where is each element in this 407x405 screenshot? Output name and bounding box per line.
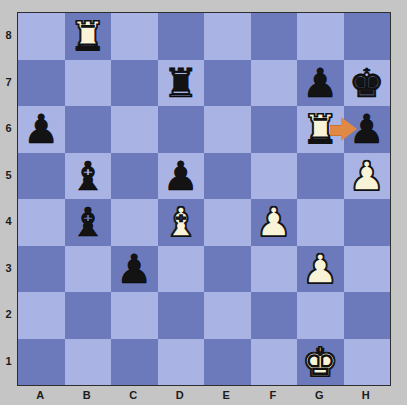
square-f1[interactable] <box>251 339 298 386</box>
chess-board: ♜♜♟♚♟♜♟♝♟♟♝♝♟♟♟♚ <box>17 12 391 386</box>
square-f4[interactable]: ♟ <box>251 199 298 246</box>
rank-labels: 87654321 <box>0 12 17 384</box>
square-a5[interactable] <box>18 153 65 200</box>
square-d7[interactable]: ♜ <box>158 60 205 107</box>
file-label-e: E <box>203 386 250 404</box>
file-label-a: A <box>17 386 64 404</box>
square-e8[interactable] <box>204 13 251 60</box>
square-a4[interactable] <box>18 199 65 246</box>
square-e7[interactable] <box>204 60 251 107</box>
piece-black-pawn-h6[interactable]: ♟ <box>349 109 385 149</box>
square-g5[interactable] <box>297 153 344 200</box>
square-h8[interactable] <box>344 13 391 60</box>
rank-label-4: 4 <box>0 198 17 245</box>
square-a8[interactable] <box>18 13 65 60</box>
square-b8[interactable]: ♜ <box>65 13 112 60</box>
square-f5[interactable] <box>251 153 298 200</box>
square-g6[interactable]: ♜ <box>297 106 344 153</box>
square-g1[interactable]: ♚ <box>297 339 344 386</box>
square-a7[interactable] <box>18 60 65 107</box>
rank-label-8: 8 <box>0 12 17 59</box>
piece-white-bishop-d4[interactable]: ♝ <box>163 202 199 242</box>
piece-black-king-h7[interactable]: ♚ <box>349 63 385 103</box>
piece-black-pawn-g7[interactable]: ♟ <box>302 63 338 103</box>
square-d2[interactable] <box>158 292 205 339</box>
square-c3[interactable]: ♟ <box>111 246 158 293</box>
square-d3[interactable] <box>158 246 205 293</box>
square-a1[interactable] <box>18 339 65 386</box>
file-label-b: B <box>64 386 111 404</box>
piece-black-bishop-b4[interactable]: ♝ <box>70 202 106 242</box>
square-g4[interactable] <box>297 199 344 246</box>
rank-label-1: 1 <box>0 338 17 385</box>
piece-white-pawn-g3[interactable]: ♟ <box>302 249 338 289</box>
square-f2[interactable] <box>251 292 298 339</box>
square-e5[interactable] <box>204 153 251 200</box>
square-b7[interactable] <box>65 60 112 107</box>
square-c7[interactable] <box>111 60 158 107</box>
square-e4[interactable] <box>204 199 251 246</box>
square-c4[interactable] <box>111 199 158 246</box>
square-g7[interactable]: ♟ <box>297 60 344 107</box>
square-c6[interactable] <box>111 106 158 153</box>
square-e1[interactable] <box>204 339 251 386</box>
square-h6[interactable]: ♟ <box>344 106 391 153</box>
square-g2[interactable] <box>297 292 344 339</box>
square-e6[interactable] <box>204 106 251 153</box>
rank-label-3: 3 <box>0 245 17 292</box>
file-labels: ABCDEFGH <box>17 386 389 404</box>
square-g3[interactable]: ♟ <box>297 246 344 293</box>
square-h3[interactable] <box>344 246 391 293</box>
square-b1[interactable] <box>65 339 112 386</box>
square-a2[interactable] <box>18 292 65 339</box>
square-d1[interactable] <box>158 339 205 386</box>
square-a3[interactable] <box>18 246 65 293</box>
square-b2[interactable] <box>65 292 112 339</box>
square-f8[interactable] <box>251 13 298 60</box>
square-b3[interactable] <box>65 246 112 293</box>
square-b4[interactable]: ♝ <box>65 199 112 246</box>
square-f3[interactable] <box>251 246 298 293</box>
piece-black-pawn-a6[interactable]: ♟ <box>23 109 59 149</box>
square-e2[interactable] <box>204 292 251 339</box>
file-label-g: G <box>296 386 343 404</box>
square-b6[interactable] <box>65 106 112 153</box>
square-h5[interactable]: ♟ <box>344 153 391 200</box>
square-h2[interactable] <box>344 292 391 339</box>
rank-label-5: 5 <box>0 152 17 199</box>
square-d4[interactable]: ♝ <box>158 199 205 246</box>
piece-black-rook-d7[interactable]: ♜ <box>163 63 199 103</box>
file-label-c: C <box>110 386 157 404</box>
square-c8[interactable] <box>111 13 158 60</box>
chess-board-screenshot: 87654321 ♜♜♟♚♟♜♟♝♟♟♝♝♟♟♟♚ ABCDEFGH <box>0 0 407 405</box>
piece-black-pawn-c3[interactable]: ♟ <box>116 249 152 289</box>
piece-white-pawn-h5[interactable]: ♟ <box>349 156 385 196</box>
piece-white-rook-g6[interactable]: ♜ <box>302 109 338 149</box>
square-h4[interactable] <box>344 199 391 246</box>
rank-label-7: 7 <box>0 59 17 106</box>
square-d5[interactable]: ♟ <box>158 153 205 200</box>
rank-label-6: 6 <box>0 105 17 152</box>
square-c2[interactable] <box>111 292 158 339</box>
piece-white-rook-b8[interactable]: ♜ <box>70 16 106 56</box>
square-g8[interactable] <box>297 13 344 60</box>
square-b5[interactable]: ♝ <box>65 153 112 200</box>
square-e3[interactable] <box>204 246 251 293</box>
square-f7[interactable] <box>251 60 298 107</box>
file-label-h: H <box>343 386 390 404</box>
square-h1[interactable] <box>344 339 391 386</box>
square-c1[interactable] <box>111 339 158 386</box>
square-h7[interactable]: ♚ <box>344 60 391 107</box>
file-label-f: F <box>250 386 297 404</box>
square-a6[interactable]: ♟ <box>18 106 65 153</box>
square-d6[interactable] <box>158 106 205 153</box>
piece-white-king-g1[interactable]: ♚ <box>302 342 338 382</box>
rank-label-2: 2 <box>0 291 17 338</box>
piece-black-bishop-b5[interactable]: ♝ <box>70 156 106 196</box>
square-d8[interactable] <box>158 13 205 60</box>
piece-white-pawn-f4[interactable]: ♟ <box>256 202 292 242</box>
square-f6[interactable] <box>251 106 298 153</box>
piece-black-pawn-d5[interactable]: ♟ <box>163 156 199 196</box>
square-c5[interactable] <box>111 153 158 200</box>
file-label-d: D <box>157 386 204 404</box>
